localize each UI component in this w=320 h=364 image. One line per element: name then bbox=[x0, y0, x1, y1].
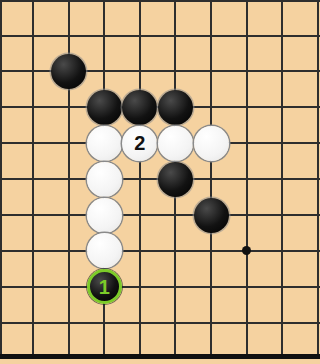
go-diagram: 21 bbox=[0, 0, 320, 364]
black-stone bbox=[158, 162, 193, 197]
grid-line-vertical bbox=[246, 0, 248, 358]
grid-line-vertical bbox=[0, 0, 2, 358]
grid-line-vertical bbox=[139, 0, 141, 358]
grid-line-horizontal bbox=[0, 0, 320, 2]
grid-line-horizontal bbox=[0, 35, 320, 37]
star-point bbox=[242, 246, 251, 255]
grid-line-vertical bbox=[210, 0, 212, 358]
black-stone bbox=[122, 90, 157, 125]
grid-line-horizontal bbox=[0, 250, 320, 252]
go-board[interactable]: 21 bbox=[0, 0, 320, 364]
black-stone bbox=[194, 198, 229, 233]
move-number-label: 2 bbox=[134, 133, 145, 153]
grid-line-horizontal bbox=[0, 322, 320, 324]
white-stone bbox=[194, 126, 229, 161]
white-stone-move-2: 2 bbox=[122, 126, 157, 161]
black-stone bbox=[87, 90, 122, 125]
grid-line-vertical bbox=[317, 0, 319, 358]
grid-line-vertical bbox=[32, 0, 34, 358]
black-stone bbox=[51, 54, 86, 89]
white-stone bbox=[87, 126, 122, 161]
grid-line-vertical bbox=[281, 0, 283, 358]
white-stone bbox=[87, 233, 122, 268]
grid-line-horizontal bbox=[0, 286, 320, 288]
white-stone bbox=[87, 162, 122, 197]
grid-line-horizontal bbox=[0, 70, 320, 72]
black-stone bbox=[158, 90, 193, 125]
board-bottom-edge bbox=[0, 354, 320, 359]
white-stone bbox=[87, 198, 122, 233]
white-stone bbox=[158, 126, 193, 161]
grid-line-horizontal bbox=[0, 214, 320, 216]
black-stone-move-1: 1 bbox=[87, 269, 122, 304]
move-number-label: 1 bbox=[99, 277, 110, 297]
